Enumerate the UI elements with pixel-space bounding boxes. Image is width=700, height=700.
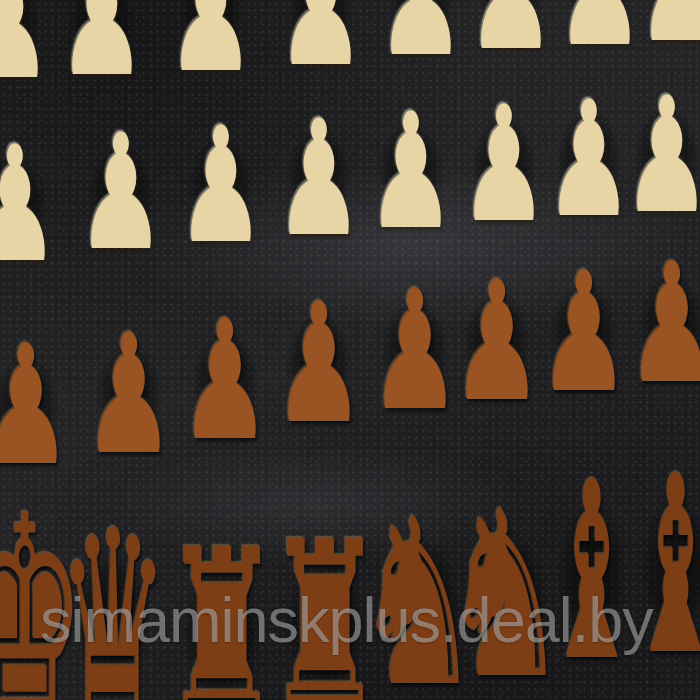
white-pawn-piece[interactable]: ♟ bbox=[275, 99, 364, 259]
black-pawn-piece[interactable]: ♟ bbox=[83, 313, 175, 478]
white-pawn-piece[interactable]: ♟ bbox=[77, 113, 166, 273]
black-pawn-piece[interactable]: ♟ bbox=[538, 251, 630, 416]
white-pawn-piece[interactable]: ♟ bbox=[58, 0, 147, 99]
black-pawn-piece[interactable]: ♟ bbox=[273, 282, 365, 447]
white-pawn-piece[interactable]: ♟ bbox=[277, 0, 366, 89]
white-pawn-piece[interactable]: ♟ bbox=[556, 0, 645, 69]
black-pawn-piece[interactable]: ♟ bbox=[626, 242, 700, 407]
white-pawn-piece[interactable]: ♟ bbox=[0, 125, 59, 285]
white-pawn-piece[interactable]: ♟ bbox=[460, 85, 549, 245]
black-pawn-piece[interactable]: ♟ bbox=[451, 260, 543, 425]
watermark-text: simaminskplus.deal.by bbox=[40, 584, 653, 656]
black-pawn-piece[interactable]: ♟ bbox=[179, 299, 271, 464]
white-pawn-piece[interactable]: ♟ bbox=[0, 0, 52, 102]
chess-set-tray-photo: ♟♟♟♟♟♟♟♟♟♟♟♟♟♟♟♟♟♟♟♟♟♟♟♟♚♛♜♜♞♞♝♝ simamin… bbox=[0, 0, 700, 700]
black-pawn-piece[interactable]: ♟ bbox=[369, 269, 461, 434]
white-pawn-piece[interactable]: ♟ bbox=[167, 0, 256, 95]
white-pawn-piece[interactable]: ♟ bbox=[545, 80, 634, 240]
white-pawn-piece[interactable]: ♟ bbox=[377, 0, 466, 79]
white-pawn-piece[interactable]: ♟ bbox=[623, 76, 700, 236]
white-pawn-piece[interactable]: ♟ bbox=[637, 0, 700, 65]
white-pawn-piece[interactable]: ♟ bbox=[177, 106, 266, 266]
white-pawn-piece[interactable]: ♟ bbox=[367, 92, 456, 252]
white-pawn-piece[interactable]: ♟ bbox=[467, 0, 556, 73]
